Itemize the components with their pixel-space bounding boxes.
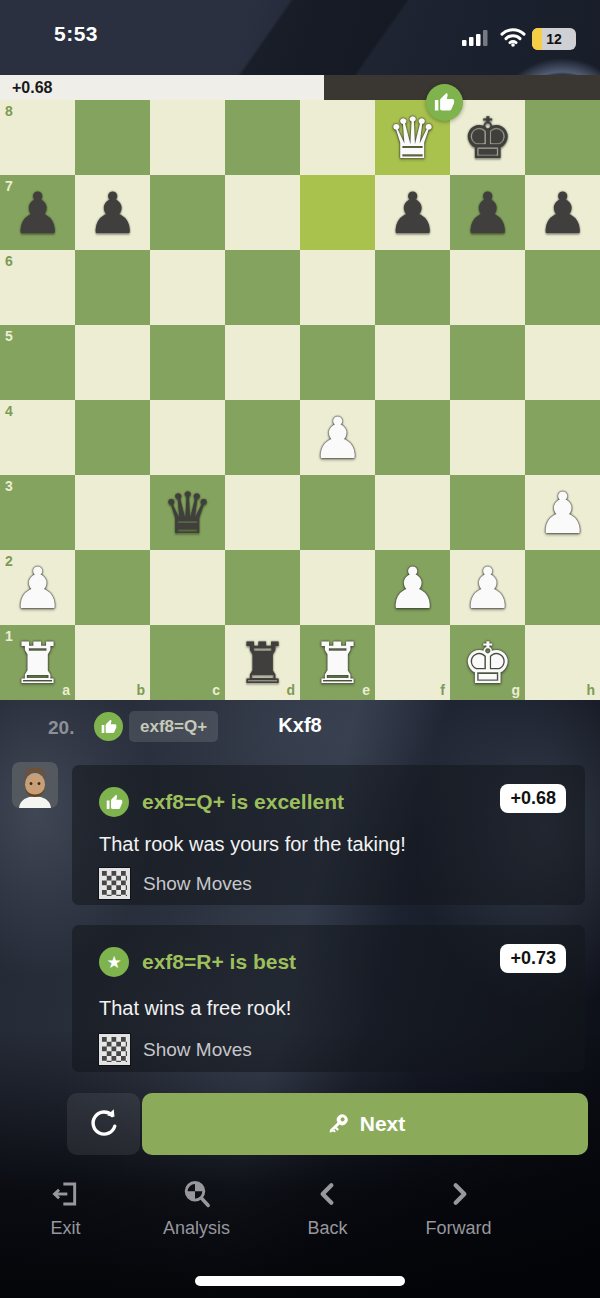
coach-avatar — [12, 762, 58, 808]
mini-board-icon — [99, 1034, 130, 1065]
battery-icon: 12 — [532, 28, 576, 50]
app-screen: 5:53 12 +0.68 8♛♚7♟♟♟♟♟654♟3♛♟2♟♟♟1a♜bcd… — [0, 0, 600, 1298]
black-pawn-f7[interactable]: ♟ — [375, 175, 450, 250]
square-f7[interactable]: ♟ — [375, 175, 450, 250]
white-pawn-h3[interactable]: ♟ — [525, 475, 600, 550]
file-label-a: a — [62, 682, 70, 698]
bottom-navigation: Exit Analysis Back Forward — [0, 1178, 524, 1253]
square-c4[interactable] — [150, 400, 225, 475]
coach-message: That rook was yours for the taking! — [99, 833, 406, 856]
evaluation-pill: +0.68 — [500, 784, 566, 813]
feedback-card-played-move: exf8=Q+ is excellent +0.68 That rook was… — [72, 765, 585, 905]
square-g3[interactable] — [450, 475, 525, 550]
next-button-label: Next — [360, 1112, 406, 1136]
square-c2[interactable] — [150, 550, 225, 625]
white-pawn-g2[interactable]: ♟ — [450, 550, 525, 625]
square-a3[interactable]: 3 — [0, 475, 75, 550]
best-move-star-icon: ★ — [99, 947, 129, 977]
square-g7[interactable]: ♟ — [450, 175, 525, 250]
square-a7[interactable]: 7♟ — [0, 175, 75, 250]
square-d7[interactable] — [225, 175, 300, 250]
nav-item-exit[interactable]: Exit — [0, 1178, 131, 1253]
nav-item-back[interactable]: Back — [262, 1178, 393, 1253]
square-a2[interactable]: 2♟ — [0, 550, 75, 625]
square-b1[interactable]: b — [75, 625, 150, 700]
white-pawn-f2[interactable]: ♟ — [375, 550, 450, 625]
square-b7[interactable]: ♟ — [75, 175, 150, 250]
key-icon — [319, 1106, 356, 1143]
black-pawn-b7[interactable]: ♟ — [75, 175, 150, 250]
square-e7[interactable] — [300, 175, 375, 250]
square-g2[interactable]: ♟ — [450, 550, 525, 625]
evaluation-bar: +0.68 — [0, 75, 600, 100]
rank-label-2: 2 — [5, 553, 13, 569]
square-b2[interactable] — [75, 550, 150, 625]
square-d5[interactable] — [225, 325, 300, 400]
square-b4[interactable] — [75, 400, 150, 475]
square-b8[interactable] — [75, 100, 150, 175]
square-e1[interactable]: e♜ — [300, 625, 375, 700]
square-h2[interactable] — [525, 550, 600, 625]
file-label-e: e — [362, 682, 370, 698]
retry-button[interactable] — [67, 1093, 140, 1155]
retry-icon — [87, 1107, 121, 1141]
square-d6[interactable] — [225, 250, 300, 325]
black-pawn-h7[interactable]: ♟ — [525, 175, 600, 250]
square-e6[interactable] — [300, 250, 375, 325]
file-label-c: c — [212, 682, 220, 698]
rank-label-5: 5 — [5, 328, 13, 344]
move-list-row: 20. exf8=Q+ Kxf8 — [0, 700, 600, 762]
square-d8[interactable] — [225, 100, 300, 175]
square-h6[interactable] — [525, 250, 600, 325]
black-queen-c3[interactable]: ♛ — [150, 475, 225, 550]
square-b5[interactable] — [75, 325, 150, 400]
wifi-icon — [500, 28, 526, 47]
square-e4[interactable]: ♟ — [300, 400, 375, 475]
rank-label-7: 7 — [5, 178, 13, 194]
square-c7[interactable] — [150, 175, 225, 250]
square-e5[interactable] — [300, 325, 375, 400]
status-time: 5:53 — [54, 22, 98, 46]
mini-board-icon — [99, 868, 130, 899]
square-c6[interactable] — [150, 250, 225, 325]
black-pawn-g7[interactable]: ♟ — [450, 175, 525, 250]
analysis-icon — [180, 1178, 214, 1210]
next-button[interactable]: Next — [142, 1093, 588, 1155]
square-a1[interactable]: 1a♜ — [0, 625, 75, 700]
battery-percent: 12 — [532, 28, 576, 50]
chevron-right-icon — [442, 1178, 476, 1210]
square-d3[interactable] — [225, 475, 300, 550]
file-label-h: h — [586, 682, 595, 698]
file-label-g: g — [511, 682, 520, 698]
cellular-signal-icon — [462, 30, 490, 46]
square-e2[interactable] — [300, 550, 375, 625]
black-king-g8[interactable]: ♚ — [450, 100, 525, 175]
square-c5[interactable] — [150, 325, 225, 400]
square-e8[interactable] — [300, 100, 375, 175]
show-moves-button[interactable]: Show Moves — [99, 868, 252, 899]
file-label-d: d — [286, 682, 295, 698]
white-pawn-e4[interactable]: ♟ — [300, 400, 375, 475]
coach-message: That wins a free rook! — [99, 997, 291, 1020]
square-f1[interactable]: f — [375, 625, 450, 700]
nav-item-forward[interactable]: Forward — [393, 1178, 524, 1253]
square-c8[interactable] — [150, 100, 225, 175]
rank-label-8: 8 — [5, 103, 13, 119]
nav-item-analysis[interactable]: Analysis — [131, 1178, 262, 1253]
rank-label-3: 3 — [5, 478, 13, 494]
square-c1[interactable]: c — [150, 625, 225, 700]
rank-label-6: 6 — [5, 253, 13, 269]
square-f6[interactable] — [375, 250, 450, 325]
chess-board[interactable]: 8♛♚7♟♟♟♟♟654♟3♛♟2♟♟♟1a♜bcd♜e♜fg♚h — [0, 100, 600, 700]
move-classification-badge — [426, 84, 463, 121]
square-g8[interactable]: ♚ — [450, 100, 525, 175]
chevron-left-icon — [311, 1178, 345, 1210]
reply-move[interactable]: Kxf8 — [0, 714, 600, 737]
square-d4[interactable] — [225, 400, 300, 475]
square-a8[interactable]: 8 — [0, 100, 75, 175]
square-a6[interactable]: 6 — [0, 250, 75, 325]
square-h8[interactable] — [525, 100, 600, 175]
square-f4[interactable] — [375, 400, 450, 475]
rank-label-1: 1 — [5, 628, 13, 644]
square-g6[interactable] — [450, 250, 525, 325]
square-c3[interactable]: ♛ — [150, 475, 225, 550]
square-e3[interactable] — [300, 475, 375, 550]
square-b6[interactable] — [75, 250, 150, 325]
square-f2[interactable]: ♟ — [375, 550, 450, 625]
file-label-b: b — [136, 682, 145, 698]
square-a5[interactable]: 5 — [0, 325, 75, 400]
square-g4[interactable] — [450, 400, 525, 475]
home-indicator[interactable] — [195, 1276, 405, 1286]
square-d2[interactable] — [225, 550, 300, 625]
square-f5[interactable] — [375, 325, 450, 400]
square-h4[interactable] — [525, 400, 600, 475]
square-g5[interactable] — [450, 325, 525, 400]
thumbs-up-icon — [434, 92, 455, 113]
feedback-card-best-move: ★ exf8=R+ is best +0.73 That wins a free… — [72, 925, 585, 1072]
file-label-f: f — [440, 682, 445, 698]
square-h1[interactable]: h — [525, 625, 600, 700]
square-g1[interactable]: g♚ — [450, 625, 525, 700]
square-h3[interactable]: ♟ — [525, 475, 600, 550]
evaluation-pill: +0.73 — [500, 944, 566, 973]
square-h7[interactable]: ♟ — [525, 175, 600, 250]
card-title: exf8=Q+ is excellent — [142, 790, 344, 814]
show-moves-button[interactable]: Show Moves — [99, 1034, 252, 1065]
rank-label-4: 4 — [5, 403, 13, 419]
card-title: exf8=R+ is best — [142, 950, 296, 974]
thumbs-up-icon — [99, 787, 129, 817]
exit-icon — [49, 1178, 83, 1210]
evaluation-value: +0.68 — [12, 75, 52, 100]
square-a4[interactable]: 4 — [0, 400, 75, 475]
square-b3[interactable] — [75, 475, 150, 550]
square-f3[interactable] — [375, 475, 450, 550]
square-d1[interactable]: d♜ — [225, 625, 300, 700]
square-h5[interactable] — [525, 325, 600, 400]
